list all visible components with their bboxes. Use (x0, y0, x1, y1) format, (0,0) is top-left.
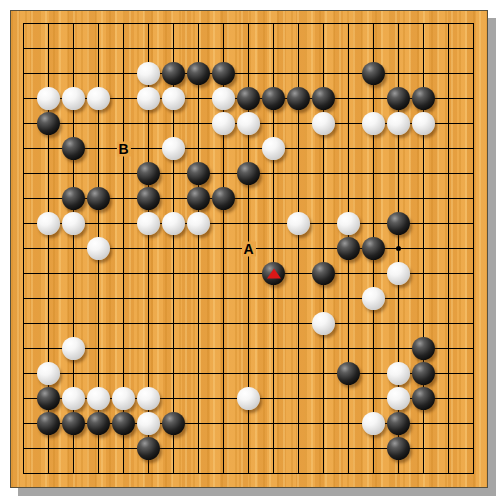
black-stone (362, 237, 385, 260)
white-stone (137, 212, 160, 235)
white-stone (312, 112, 335, 135)
star-point (396, 246, 401, 251)
black-stone (412, 87, 435, 110)
black-stone (62, 137, 85, 160)
black-stone (62, 187, 85, 210)
black-stone (287, 87, 310, 110)
black-stone (212, 62, 235, 85)
white-stone (112, 387, 135, 410)
white-stone (37, 212, 60, 235)
white-stone (87, 237, 110, 260)
black-stone (312, 87, 335, 110)
white-stone (62, 87, 85, 110)
white-stone (312, 312, 335, 335)
white-stone (187, 212, 210, 235)
white-stone (212, 112, 235, 135)
black-stone (162, 412, 185, 435)
black-stone (187, 62, 210, 85)
white-stone (287, 212, 310, 235)
black-stone (187, 187, 210, 210)
black-stone (87, 187, 110, 210)
black-stone (262, 87, 285, 110)
black-stone (312, 262, 335, 285)
white-stone (62, 212, 85, 235)
triangle-marker (267, 268, 281, 278)
white-stone (62, 337, 85, 360)
white-stone (387, 362, 410, 385)
black-stone (212, 187, 235, 210)
white-stone (37, 87, 60, 110)
white-stone (362, 287, 385, 310)
black-stone (362, 62, 385, 85)
white-stone (162, 137, 185, 160)
white-stone (137, 87, 160, 110)
white-stone (412, 112, 435, 135)
white-stone (237, 112, 260, 135)
black-stone (337, 362, 360, 385)
black-stone (237, 87, 260, 110)
black-stone (37, 112, 60, 135)
white-stone (87, 87, 110, 110)
black-stone (412, 362, 435, 385)
black-stone (387, 412, 410, 435)
black-stone (112, 412, 135, 435)
point-label-b: B (116, 141, 130, 156)
black-stone (387, 212, 410, 235)
white-stone (387, 262, 410, 285)
black-stone (187, 162, 210, 185)
black-stone (137, 187, 160, 210)
black-stone (37, 412, 60, 435)
white-stone (212, 87, 235, 110)
white-stone (362, 112, 385, 135)
black-stone (237, 162, 260, 185)
white-stone (87, 387, 110, 410)
white-stone (37, 362, 60, 385)
white-stone (137, 62, 160, 85)
black-stone (137, 437, 160, 460)
white-stone (337, 212, 360, 235)
white-stone (62, 387, 85, 410)
black-stone (412, 337, 435, 360)
black-stone (412, 387, 435, 410)
black-stone (87, 412, 110, 435)
white-stone (162, 87, 185, 110)
white-stone (387, 112, 410, 135)
black-stone (387, 437, 410, 460)
white-stone (262, 137, 285, 160)
black-stone (62, 412, 85, 435)
white-stone (137, 387, 160, 410)
white-stone (162, 212, 185, 235)
go-board[interactable]: AB (10, 10, 488, 488)
black-stone (137, 162, 160, 185)
black-stone (387, 87, 410, 110)
black-stone (337, 237, 360, 260)
white-stone (137, 412, 160, 435)
black-stone (162, 62, 185, 85)
white-stone (362, 412, 385, 435)
page-background: AB (0, 0, 500, 500)
black-stone (37, 387, 60, 410)
point-label-a: A (241, 241, 255, 256)
white-stone (237, 387, 260, 410)
white-stone (387, 387, 410, 410)
